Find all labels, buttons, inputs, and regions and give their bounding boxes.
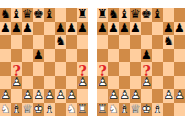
board-square bbox=[152, 89, 163, 103]
board-square bbox=[22, 76, 33, 90]
board-square bbox=[33, 62, 44, 76]
board-square bbox=[44, 62, 55, 76]
white-pawn: ♟♙ bbox=[11, 76, 22, 90]
board-square: ♟ bbox=[0, 22, 11, 36]
board-square bbox=[152, 35, 163, 49]
board-square bbox=[130, 35, 141, 49]
board-square: ♞♘ bbox=[66, 103, 77, 117]
white-bishop: ♝♗ bbox=[152, 103, 163, 117]
board-square bbox=[44, 35, 55, 49]
black-knight: ♞ bbox=[108, 8, 119, 22]
board-square: ♝♗ bbox=[11, 103, 22, 117]
board-square bbox=[130, 62, 141, 76]
board-square bbox=[174, 76, 185, 90]
white-knight: ♞♘ bbox=[66, 103, 77, 117]
board-square bbox=[163, 62, 174, 76]
black-pawn: ♟ bbox=[97, 22, 108, 36]
board-square: ♜♖ bbox=[77, 103, 88, 117]
board-square: ♛♕ bbox=[130, 103, 141, 117]
board-square bbox=[11, 89, 22, 103]
board-square bbox=[108, 62, 119, 76]
board-square: ♟♙ bbox=[55, 89, 66, 103]
board-square: ♝ bbox=[152, 8, 163, 22]
board-square: ♟ bbox=[33, 49, 44, 63]
black-bishop: ♝ bbox=[44, 8, 55, 22]
white-bishop: ♝♗ bbox=[119, 103, 130, 117]
board-square bbox=[0, 35, 11, 49]
board-square: ♟♙ bbox=[33, 89, 44, 103]
board-square bbox=[152, 76, 163, 90]
left-chessboard: ♞♝♛♚♝♜♟♟♟♟♟♟♞♟??♟♙♟♙♟♙♟♙♟♙♟♙♟♙♟♙♞♘♝♗♛♕♚♔… bbox=[0, 8, 88, 116]
black-bishop: ♝ bbox=[152, 8, 163, 22]
board-square: ♟♙ bbox=[11, 76, 22, 90]
black-knight: ♞ bbox=[163, 35, 174, 49]
board-square bbox=[11, 49, 22, 63]
black-pawn: ♟ bbox=[66, 22, 77, 36]
black-pawn: ♟ bbox=[163, 22, 174, 36]
board-square: ♝ bbox=[11, 8, 22, 22]
board-square bbox=[163, 8, 174, 22]
black-pawn: ♟ bbox=[141, 49, 152, 63]
board-square bbox=[97, 35, 108, 49]
board-square bbox=[66, 62, 77, 76]
white-pawn: ♟♙ bbox=[33, 89, 44, 103]
board-square: ♟ bbox=[55, 22, 66, 36]
board-square bbox=[163, 76, 174, 90]
board-square bbox=[22, 49, 33, 63]
board-square bbox=[55, 62, 66, 76]
white-pawn: ♟♙ bbox=[77, 76, 88, 90]
board-square: ♟ bbox=[77, 22, 88, 36]
black-pawn: ♟ bbox=[0, 22, 11, 36]
board-square bbox=[141, 22, 152, 36]
black-rook: ♜ bbox=[77, 8, 88, 22]
white-knight: ♞♘ bbox=[108, 103, 119, 117]
board-square bbox=[108, 49, 119, 63]
white-pawn: ♟♙ bbox=[22, 89, 33, 103]
board-square: ♝♗ bbox=[44, 103, 55, 117]
board-square: ? bbox=[11, 62, 22, 76]
black-knight: ♞ bbox=[55, 35, 66, 49]
board-square: ♟ bbox=[97, 22, 108, 36]
white-king: ♚♔ bbox=[141, 103, 152, 117]
white-pawn: ♟♙ bbox=[97, 76, 108, 90]
board-square: ♛♕ bbox=[22, 103, 33, 117]
board-square: ♚ bbox=[33, 8, 44, 22]
board-square bbox=[77, 89, 88, 103]
black-bishop: ♝ bbox=[119, 8, 130, 22]
board-square bbox=[55, 49, 66, 63]
board-square bbox=[119, 62, 130, 76]
board-square: ♟ bbox=[22, 22, 33, 36]
board-square bbox=[108, 35, 119, 49]
board-square: ♞♘ bbox=[0, 103, 11, 117]
black-queen: ♛ bbox=[130, 8, 141, 22]
board-square bbox=[11, 35, 22, 49]
board-square bbox=[97, 49, 108, 63]
board-square: ♝♗ bbox=[119, 103, 130, 117]
board-square: ♟ bbox=[66, 22, 77, 36]
black-pawn: ♟ bbox=[119, 22, 130, 36]
black-pawn: ♟ bbox=[108, 22, 119, 36]
black-bishop: ♝ bbox=[11, 8, 22, 22]
board-square bbox=[174, 8, 185, 22]
board-square bbox=[174, 62, 185, 76]
black-king: ♚ bbox=[33, 8, 44, 22]
white-pawn: ♟♙ bbox=[119, 89, 130, 103]
board-square: ? bbox=[97, 62, 108, 76]
white-pawn: ♟♙ bbox=[141, 76, 152, 90]
board-square: ♟♙ bbox=[130, 89, 141, 103]
board-square bbox=[66, 8, 77, 22]
board-square: ♚♔ bbox=[141, 103, 152, 117]
board-square bbox=[163, 49, 174, 63]
board-square bbox=[174, 35, 185, 49]
board-square: ♟ bbox=[11, 22, 22, 36]
board-square: ♟♙ bbox=[77, 76, 88, 90]
board-square: ♞ bbox=[108, 8, 119, 22]
board-square bbox=[152, 62, 163, 76]
black-pawn: ♟ bbox=[33, 49, 44, 63]
board-square bbox=[44, 49, 55, 63]
board-square: ♞ bbox=[163, 35, 174, 49]
white-pawn: ♟♙ bbox=[44, 89, 55, 103]
board-square: ♚♔ bbox=[33, 103, 44, 117]
black-pawn: ♟ bbox=[77, 22, 88, 36]
board-square bbox=[33, 76, 44, 90]
board-square bbox=[33, 35, 44, 49]
board-square: ♟ bbox=[163, 22, 174, 36]
board-square bbox=[108, 76, 119, 90]
black-queen: ♛ bbox=[22, 8, 33, 22]
board-square bbox=[174, 103, 185, 117]
white-knight: ♞♘ bbox=[0, 103, 11, 117]
white-pawn: ♟♙ bbox=[66, 89, 77, 103]
board-square: ♟♙ bbox=[174, 89, 185, 103]
black-pawn: ♟ bbox=[11, 22, 22, 36]
board-square bbox=[174, 49, 185, 63]
board-square bbox=[119, 35, 130, 49]
board-square: ? bbox=[77, 62, 88, 76]
board-square bbox=[66, 35, 77, 49]
board-square: ♛ bbox=[130, 8, 141, 22]
board-square bbox=[55, 8, 66, 22]
board-square: ♛ bbox=[22, 8, 33, 22]
board-square bbox=[152, 22, 163, 36]
board-square: ♟ bbox=[130, 22, 141, 36]
board-square: ♞ bbox=[55, 35, 66, 49]
board-square: ♜ bbox=[77, 8, 88, 22]
board-square: ♟♙ bbox=[66, 89, 77, 103]
board-square: ♝ bbox=[44, 8, 55, 22]
board-square: ♟♙ bbox=[163, 89, 174, 103]
board-square bbox=[119, 76, 130, 90]
chess-lesson-diagram: ♞♝♛♚♝♜♟♟♟♟♟♟♞♟??♟♙♟♙♟♙♟♙♟♙♟♙♟♙♟♙♞♘♝♗♛♕♚♔… bbox=[0, 0, 190, 124]
white-pawn: ♟♙ bbox=[0, 89, 11, 103]
board-square bbox=[130, 49, 141, 63]
board-square: ♝♗ bbox=[152, 103, 163, 117]
board-square: ♟ bbox=[141, 49, 152, 63]
board-square: ♟♙ bbox=[119, 89, 130, 103]
white-rook: ♜♖ bbox=[77, 103, 88, 117]
board-square: ? bbox=[141, 62, 152, 76]
board-square bbox=[77, 35, 88, 49]
black-rook: ♜ bbox=[97, 8, 108, 22]
white-pawn: ♟♙ bbox=[130, 89, 141, 103]
board-square: ♟ bbox=[119, 22, 130, 36]
board-square bbox=[152, 49, 163, 63]
board-square bbox=[141, 35, 152, 49]
board-square bbox=[119, 49, 130, 63]
board-square bbox=[55, 103, 66, 117]
board-square: ♜♖ bbox=[97, 103, 108, 117]
board-square: ♟♙ bbox=[108, 89, 119, 103]
black-pawn: ♟ bbox=[130, 22, 141, 36]
board-square bbox=[77, 49, 88, 63]
board-square bbox=[33, 22, 44, 36]
black-king: ♚ bbox=[141, 8, 152, 22]
board-square bbox=[0, 76, 11, 90]
board-square bbox=[22, 35, 33, 49]
board-square bbox=[0, 62, 11, 76]
white-pawn: ♟♙ bbox=[174, 89, 185, 103]
board-square: ♚ bbox=[141, 8, 152, 22]
board-square bbox=[66, 49, 77, 63]
board-square: ♟♙ bbox=[141, 76, 152, 90]
board-square bbox=[55, 76, 66, 90]
black-pawn: ♟ bbox=[174, 22, 185, 36]
white-king: ♚♔ bbox=[33, 103, 44, 117]
board-square: ♟♙ bbox=[97, 76, 108, 90]
board-square bbox=[0, 49, 11, 63]
board-square: ♟♙ bbox=[22, 89, 33, 103]
board-square bbox=[97, 89, 108, 103]
board-square: ♞♘ bbox=[108, 103, 119, 117]
white-bishop: ♝♗ bbox=[44, 103, 55, 117]
board-square bbox=[141, 89, 152, 103]
white-bishop: ♝♗ bbox=[11, 103, 22, 117]
board-square: ♟♙ bbox=[44, 89, 55, 103]
black-knight: ♞ bbox=[0, 8, 11, 22]
board-square bbox=[66, 76, 77, 90]
board-square: ♟ bbox=[174, 22, 185, 36]
black-pawn: ♟ bbox=[22, 22, 33, 36]
board-square: ♜ bbox=[97, 8, 108, 22]
board-square bbox=[163, 103, 174, 117]
board-square bbox=[44, 22, 55, 36]
white-pawn: ♟♙ bbox=[108, 89, 119, 103]
board-square: ♞ bbox=[0, 8, 11, 22]
white-pawn: ♟♙ bbox=[163, 89, 174, 103]
board-square: ♟♙ bbox=[0, 89, 11, 103]
right-chessboard: ♜♞♝♛♚♝♟♟♟♟♟♟♞♟??♟♙♟♙♟♙♟♙♟♙♟♙♟♙♜♖♞♘♝♗♛♕♚♔… bbox=[97, 8, 185, 116]
white-rook: ♜♖ bbox=[97, 103, 108, 117]
white-queen: ♛♕ bbox=[130, 103, 141, 117]
black-pawn: ♟ bbox=[55, 22, 66, 36]
board-square bbox=[130, 76, 141, 90]
board-square bbox=[22, 62, 33, 76]
white-queen: ♛♕ bbox=[22, 103, 33, 117]
white-pawn: ♟♙ bbox=[55, 89, 66, 103]
board-square: ♟ bbox=[108, 22, 119, 36]
board-square: ♝ bbox=[119, 8, 130, 22]
board-square bbox=[44, 76, 55, 90]
